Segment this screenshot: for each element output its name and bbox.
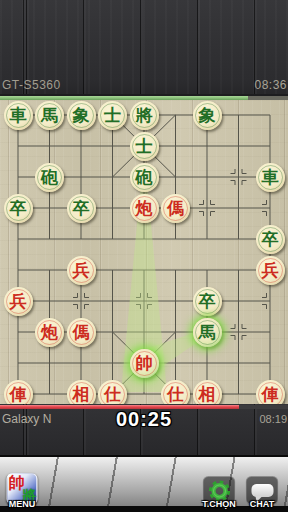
menu-button-label: MENU [9, 499, 36, 509]
piece-red-general[interactable]: 帥 [130, 349, 159, 378]
piece-green-advisor[interactable]: 士 [98, 101, 127, 130]
opponent-device-name: GT-S5360 [2, 78, 61, 92]
chat-button[interactable]: CHAT [242, 455, 282, 512]
move-timer: 00:25 [0, 408, 288, 431]
piece-green-soldier[interactable]: 卒 [4, 194, 33, 223]
piece-green-advisor[interactable]: 士 [130, 132, 159, 161]
piece-green-horse[interactable]: 馬 [35, 101, 64, 130]
piece-green-general[interactable]: 將 [130, 101, 159, 130]
piece-red-horse[interactable]: 傌 [67, 318, 96, 347]
options-button[interactable]: T.CHỌN [199, 455, 239, 512]
piece-green-elephant[interactable]: 象 [193, 101, 222, 130]
piece-green-cannon[interactable]: 砲 [130, 163, 159, 192]
piece-red-soldier[interactable]: 兵 [67, 256, 96, 285]
bottom-status-area: Galaxy N 00:25 08:19 [0, 404, 288, 455]
chat-button-label: CHAT [250, 499, 274, 509]
piece-red-soldier[interactable]: 兵 [4, 287, 33, 316]
piece-green-chariot[interactable]: 車 [4, 101, 33, 130]
piece-red-cannon[interactable]: 炮 [130, 194, 159, 223]
bottom-toolbar: 帥 將 MENU T.CHỌN CHAT [0, 455, 288, 512]
piece-green-chariot[interactable]: 車 [256, 163, 285, 192]
player-clock: 08:19 [259, 413, 287, 425]
opponent-clock: 08:36 [254, 78, 287, 92]
top-status-area: GT-S5360 08:36 [0, 0, 288, 100]
piece-green-horse[interactable]: 馬 [193, 318, 222, 347]
piece-green-soldier[interactable]: 卒 [256, 225, 285, 254]
piece-green-elephant[interactable]: 象 [67, 101, 96, 130]
piece-red-cannon[interactable]: 炮 [35, 318, 64, 347]
piece-green-cannon[interactable]: 砲 [35, 163, 64, 192]
xiangqi-board[interactable]: 車馬象士將象士砲砲車卒卒卒卒馬炮傌兵兵兵炮傌帥俥相仕仕相俥 [0, 100, 288, 404]
piece-green-soldier[interactable]: 卒 [193, 287, 222, 316]
piece-red-horse[interactable]: 傌 [161, 194, 190, 223]
app-screen: GT-S5360 08:36 車馬象士將象士砲砲車卒卒卒卒馬炮傌兵兵兵炮傌帥俥相… [0, 0, 288, 512]
piece-red-soldier[interactable]: 兵 [256, 256, 285, 285]
options-button-label: T.CHỌN [202, 499, 236, 509]
menu-button[interactable]: 帥 將 MENU [2, 455, 42, 512]
piece-green-soldier[interactable]: 卒 [67, 194, 96, 223]
opponent-status-row: GT-S5360 08:36 [0, 77, 288, 93]
